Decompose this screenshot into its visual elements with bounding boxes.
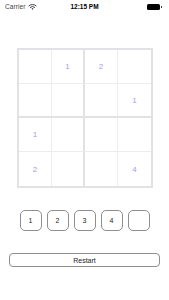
restart-button[interactable]: Restart bbox=[9, 253, 160, 267]
cell-r3c2[interactable] bbox=[85, 152, 118, 186]
numpad-button-3[interactable]: 3 bbox=[74, 210, 96, 231]
cell-r1c3[interactable]: 1 bbox=[118, 84, 151, 118]
cell-r3c1[interactable] bbox=[52, 152, 85, 186]
number-pad: 1 2 3 4 bbox=[0, 210, 169, 231]
cell-r2c1[interactable] bbox=[52, 118, 85, 152]
sudoku-board: 1 2 1 1 2 4 bbox=[17, 48, 153, 188]
numpad-button-2[interactable]: 2 bbox=[47, 210, 69, 231]
numpad-button-4[interactable]: 4 bbox=[101, 210, 123, 231]
battery-icon bbox=[147, 4, 160, 10]
cell-r1c1[interactable] bbox=[52, 84, 85, 118]
cell-r0c0[interactable] bbox=[19, 50, 52, 84]
numpad-button-1[interactable]: 1 bbox=[20, 210, 42, 231]
cell-r0c1[interactable]: 1 bbox=[52, 50, 85, 84]
numpad-button-clear[interactable] bbox=[128, 210, 150, 231]
cell-r1c2[interactable] bbox=[85, 84, 118, 118]
cell-r3c3[interactable]: 4 bbox=[118, 152, 151, 186]
status-time: 12:15 PM bbox=[0, 3, 169, 10]
cell-r2c3[interactable] bbox=[118, 118, 151, 152]
cell-r0c2[interactable]: 2 bbox=[85, 50, 118, 84]
cell-r3c0[interactable]: 2 bbox=[19, 152, 52, 186]
status-bar: Carrier 12:15 PM bbox=[0, 0, 169, 14]
cell-r2c0[interactable]: 1 bbox=[19, 118, 52, 152]
cell-r2c2[interactable] bbox=[85, 118, 118, 152]
cell-r0c3[interactable] bbox=[118, 50, 151, 84]
cell-r1c0[interactable] bbox=[19, 84, 52, 118]
